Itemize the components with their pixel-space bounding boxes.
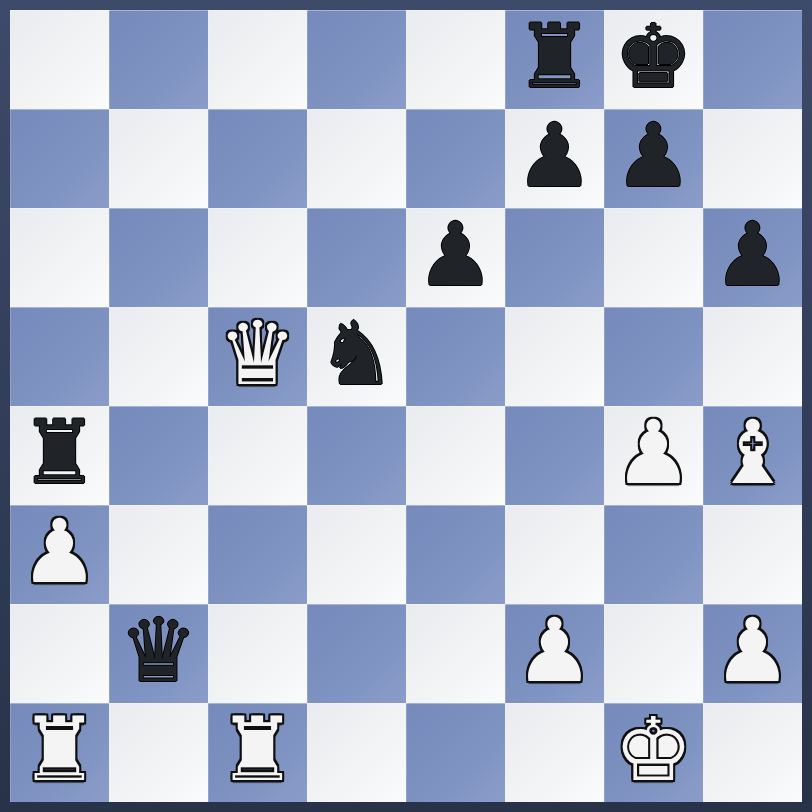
square-a5[interactable] xyxy=(10,307,109,406)
black-pawn[interactable]: ♟ xyxy=(713,211,792,299)
square-b8[interactable] xyxy=(109,10,208,109)
square-e1[interactable] xyxy=(406,703,505,802)
white-pawn[interactable]: ♟ xyxy=(515,607,594,695)
square-f8[interactable]: ♜ xyxy=(505,10,604,109)
square-d8[interactable] xyxy=(307,10,406,109)
square-b3[interactable] xyxy=(109,505,208,604)
square-g1[interactable]: ♚ xyxy=(604,703,703,802)
board-frame: ♜♚♟♟♟♟♛♞♜♟♝♟♛♟♟♜♜♚ xyxy=(0,0,812,812)
white-pawn[interactable]: ♟ xyxy=(20,508,99,596)
black-rook[interactable]: ♜ xyxy=(20,409,99,497)
square-b4[interactable] xyxy=(109,406,208,505)
square-c6[interactable] xyxy=(208,208,307,307)
square-g4[interactable]: ♟ xyxy=(604,406,703,505)
square-c4[interactable] xyxy=(208,406,307,505)
square-c7[interactable] xyxy=(208,109,307,208)
square-e2[interactable] xyxy=(406,604,505,703)
square-h5[interactable] xyxy=(703,307,802,406)
square-h1[interactable] xyxy=(703,703,802,802)
square-f6[interactable] xyxy=(505,208,604,307)
square-f2[interactable]: ♟ xyxy=(505,604,604,703)
square-f1[interactable] xyxy=(505,703,604,802)
square-f4[interactable] xyxy=(505,406,604,505)
square-h2[interactable]: ♟ xyxy=(703,604,802,703)
square-d6[interactable] xyxy=(307,208,406,307)
square-b1[interactable] xyxy=(109,703,208,802)
square-d3[interactable] xyxy=(307,505,406,604)
white-rook[interactable]: ♜ xyxy=(20,706,99,794)
square-h4[interactable]: ♝ xyxy=(703,406,802,505)
black-king[interactable]: ♚ xyxy=(614,13,693,101)
square-e6[interactable]: ♟ xyxy=(406,208,505,307)
square-a2[interactable] xyxy=(10,604,109,703)
square-c8[interactable] xyxy=(208,10,307,109)
black-pawn[interactable]: ♟ xyxy=(515,112,594,200)
square-d7[interactable] xyxy=(307,109,406,208)
black-queen[interactable]: ♛ xyxy=(119,607,198,695)
white-king[interactable]: ♚ xyxy=(614,706,693,794)
square-c1[interactable]: ♜ xyxy=(208,703,307,802)
square-a1[interactable]: ♜ xyxy=(10,703,109,802)
square-g3[interactable] xyxy=(604,505,703,604)
white-pawn[interactable]: ♟ xyxy=(713,607,792,695)
square-c2[interactable] xyxy=(208,604,307,703)
white-rook[interactable]: ♜ xyxy=(218,706,297,794)
square-g6[interactable] xyxy=(604,208,703,307)
white-bishop[interactable]: ♝ xyxy=(713,409,792,497)
square-h3[interactable] xyxy=(703,505,802,604)
square-f3[interactable] xyxy=(505,505,604,604)
square-a3[interactable]: ♟ xyxy=(10,505,109,604)
square-h8[interactable] xyxy=(703,10,802,109)
square-b6[interactable] xyxy=(109,208,208,307)
square-g8[interactable]: ♚ xyxy=(604,10,703,109)
square-d2[interactable] xyxy=(307,604,406,703)
black-rook[interactable]: ♜ xyxy=(515,13,594,101)
square-c5[interactable]: ♛ xyxy=(208,307,307,406)
square-g2[interactable] xyxy=(604,604,703,703)
chess-board: ♜♚♟♟♟♟♛♞♜♟♝♟♛♟♟♜♜♚ xyxy=(10,10,802,802)
square-d5[interactable]: ♞ xyxy=(307,307,406,406)
square-e4[interactable] xyxy=(406,406,505,505)
square-a8[interactable] xyxy=(10,10,109,109)
square-e7[interactable] xyxy=(406,109,505,208)
square-a4[interactable]: ♜ xyxy=(10,406,109,505)
black-pawn[interactable]: ♟ xyxy=(614,112,693,200)
square-b5[interactable] xyxy=(109,307,208,406)
square-f5[interactable] xyxy=(505,307,604,406)
square-h6[interactable]: ♟ xyxy=(703,208,802,307)
black-pawn[interactable]: ♟ xyxy=(416,211,495,299)
white-queen[interactable]: ♛ xyxy=(218,310,297,398)
white-pawn[interactable]: ♟ xyxy=(614,409,693,497)
square-g7[interactable]: ♟ xyxy=(604,109,703,208)
square-h7[interactable] xyxy=(703,109,802,208)
square-b7[interactable] xyxy=(109,109,208,208)
square-d4[interactable] xyxy=(307,406,406,505)
square-e5[interactable] xyxy=(406,307,505,406)
square-b2[interactable]: ♛ xyxy=(109,604,208,703)
square-a7[interactable] xyxy=(10,109,109,208)
square-g5[interactable] xyxy=(604,307,703,406)
square-c3[interactable] xyxy=(208,505,307,604)
square-d1[interactable] xyxy=(307,703,406,802)
square-a6[interactable] xyxy=(10,208,109,307)
square-e3[interactable] xyxy=(406,505,505,604)
square-f7[interactable]: ♟ xyxy=(505,109,604,208)
black-knight[interactable]: ♞ xyxy=(317,310,396,398)
square-e8[interactable] xyxy=(406,10,505,109)
